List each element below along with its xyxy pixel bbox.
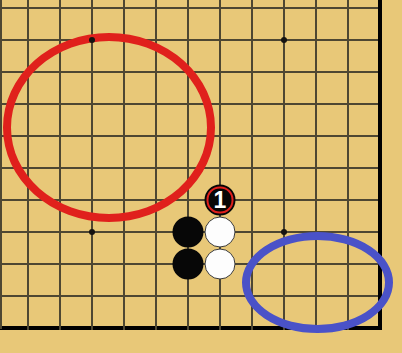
intersection[interactable] [300, 24, 332, 56]
grid-line-v [283, 0, 284, 24]
grid-line-v [347, 184, 348, 216]
intersection[interactable] [300, 120, 332, 152]
grid-line-h [0, 199, 12, 200]
intersection[interactable] [204, 56, 236, 88]
intersection[interactable] [364, 120, 396, 152]
grid-line-v [27, 24, 28, 56]
intersection[interactable] [172, 312, 204, 344]
intersection[interactable] [300, 184, 332, 216]
grid-line-v [219, 120, 220, 152]
goban: 1 [0, 0, 402, 353]
blue-circle-annotation [242, 232, 393, 333]
grid-line-v [251, 56, 252, 88]
intersection[interactable] [44, 280, 76, 312]
intersection[interactable] [108, 0, 140, 24]
intersection[interactable] [364, 24, 396, 56]
intersection[interactable] [44, 0, 76, 24]
intersection[interactable] [268, 184, 300, 216]
grid-line-v [251, 152, 252, 184]
intersection[interactable] [332, 152, 364, 184]
intersection[interactable] [76, 248, 108, 280]
grid-line-v [378, 312, 381, 330]
grid-line-v [378, 24, 381, 56]
intersection[interactable] [332, 56, 364, 88]
grid-line-v [187, 312, 188, 330]
grid-line-v [347, 88, 348, 120]
grid-line-v [91, 312, 92, 330]
grid-line-v [219, 88, 220, 120]
white-stone[interactable] [205, 217, 236, 248]
intersection[interactable] [268, 0, 300, 24]
grid-line-v [155, 312, 156, 330]
intersection[interactable] [44, 248, 76, 280]
grid-line-h [0, 39, 12, 40]
intersection[interactable] [364, 216, 396, 248]
grid-line-v [123, 280, 124, 312]
intersection[interactable] [12, 280, 44, 312]
grid-line-v [378, 152, 381, 184]
grid-line-v [91, 0, 92, 24]
grid-line-v [283, 120, 284, 152]
intersection[interactable] [364, 88, 396, 120]
intersection[interactable] [76, 312, 108, 344]
grid-line-v [378, 56, 381, 88]
black-stone[interactable] [173, 217, 204, 248]
grid-line-v [315, 24, 316, 56]
grid-line-v [219, 24, 220, 56]
red-circle-annotation [3, 33, 215, 222]
grid-line-v [59, 248, 60, 280]
grid-line-v [378, 0, 381, 24]
grid-line-v [315, 120, 316, 152]
intersection[interactable] [268, 88, 300, 120]
intersection[interactable] [0, 280, 12, 312]
intersection[interactable] [140, 216, 172, 248]
grid-line-v [378, 120, 381, 152]
intersection[interactable] [204, 312, 236, 344]
grid-line-v [59, 216, 60, 248]
intersection[interactable] [108, 248, 140, 280]
grid-line-v [155, 280, 156, 312]
intersection[interactable] [204, 0, 236, 24]
intersection[interactable] [0, 312, 12, 344]
intersection[interactable] [12, 0, 44, 24]
intersection[interactable] [236, 152, 268, 184]
intersection[interactable] [172, 280, 204, 312]
grid-line-v [347, 152, 348, 184]
white-stone[interactable] [205, 249, 236, 280]
intersection[interactable] [140, 0, 172, 24]
grid-line-h [0, 326, 12, 329]
grid-line-h [0, 295, 12, 296]
intersection[interactable] [0, 56, 12, 88]
grid-line-v [347, 120, 348, 152]
grid-line-v [59, 280, 60, 312]
grid-line-v [27, 280, 28, 312]
intersection[interactable] [0, 184, 12, 216]
grid-line-h [0, 71, 12, 72]
intersection[interactable] [140, 312, 172, 344]
intersection[interactable] [172, 24, 204, 56]
intersection[interactable] [12, 216, 44, 248]
intersection[interactable] [108, 312, 140, 344]
intersection[interactable] [300, 88, 332, 120]
intersection[interactable] [332, 120, 364, 152]
grid-line-v [219, 0, 220, 24]
grid-line-v [251, 88, 252, 120]
intersection[interactable] [12, 24, 44, 56]
grid-line-v [315, 0, 316, 24]
grid-line-v [123, 312, 124, 330]
grid-line-v [315, 88, 316, 120]
grid-line-v [347, 0, 348, 24]
grid-line-v [251, 0, 252, 24]
grid-line-v [283, 88, 284, 120]
black-stone[interactable] [173, 249, 204, 280]
grid-line-v [219, 56, 220, 88]
grid-line-v [251, 120, 252, 152]
grid-line-v [27, 0, 28, 24]
intersection[interactable] [76, 0, 108, 24]
intersection[interactable] [236, 216, 268, 248]
intersection[interactable] [44, 312, 76, 344]
intersection[interactable] [236, 184, 268, 216]
intersection[interactable] [172, 248, 204, 280]
intersection[interactable] [332, 0, 364, 24]
intersection[interactable] [300, 152, 332, 184]
intersection[interactable] [332, 88, 364, 120]
grid-line-v [27, 216, 28, 248]
grid-line-v [283, 56, 284, 88]
intersection[interactable] [172, 216, 204, 248]
grid-line-v [59, 0, 60, 24]
intersection[interactable] [140, 248, 172, 280]
move-number-label: 1 [205, 185, 236, 216]
intersection[interactable] [236, 56, 268, 88]
intersection[interactable] [172, 0, 204, 24]
star-point [89, 37, 95, 43]
intersection[interactable] [300, 0, 332, 24]
grid-line-v [347, 56, 348, 88]
star-point [89, 229, 95, 235]
grid-line-v [219, 312, 220, 330]
intersection[interactable] [268, 120, 300, 152]
grid-line-v [251, 24, 252, 56]
intersection[interactable] [12, 248, 44, 280]
grid-line-v [219, 280, 220, 312]
board-left-clipped-line [0, 0, 2, 329]
intersection[interactable] [364, 0, 396, 24]
grid-line-v [347, 24, 348, 56]
grid-line-v [378, 216, 381, 248]
grid-line-v [91, 280, 92, 312]
black-stone[interactable]: 1 [205, 185, 236, 216]
intersection[interactable] [268, 24, 300, 56]
grid-line-v [27, 248, 28, 280]
grid-line-h [0, 231, 12, 232]
intersection[interactable] [204, 248, 236, 280]
grid-line-v [283, 152, 284, 184]
intersection[interactable] [268, 56, 300, 88]
grid-line-v [378, 184, 381, 216]
grid-line-v [251, 216, 252, 248]
grid-line-h [0, 167, 12, 168]
grid-line-v [187, 24, 188, 56]
grid-line-v [155, 0, 156, 24]
intersection[interactable] [364, 184, 396, 216]
grid-line-v [123, 0, 124, 24]
intersection[interactable] [332, 184, 364, 216]
intersection[interactable] [0, 248, 12, 280]
grid-line-v [251, 184, 252, 216]
grid-line-v [91, 248, 92, 280]
intersection[interactable] [236, 24, 268, 56]
grid-line-v [219, 152, 220, 184]
intersection[interactable] [140, 280, 172, 312]
star-point [281, 37, 287, 43]
intersection[interactable] [268, 152, 300, 184]
intersection[interactable] [108, 280, 140, 312]
grid-line-v [155, 248, 156, 280]
grid-line-v [315, 184, 316, 216]
grid-line-v [315, 56, 316, 88]
intersection[interactable] [204, 216, 236, 248]
intersection[interactable] [0, 24, 12, 56]
intersection[interactable] [204, 280, 236, 312]
intersection[interactable] [0, 216, 12, 248]
intersection[interactable] [300, 56, 332, 88]
intersection[interactable] [364, 56, 396, 88]
intersection[interactable] [44, 216, 76, 248]
star-point [281, 229, 287, 235]
grid-line-v [27, 312, 28, 330]
grid-line-v [123, 248, 124, 280]
grid-line-v [155, 216, 156, 248]
grid-line-v [59, 312, 60, 330]
grid-line-h [0, 7, 12, 8]
grid-line-v [315, 152, 316, 184]
intersection[interactable] [332, 24, 364, 56]
grid-line-v [251, 312, 252, 330]
intersection[interactable] [236, 88, 268, 120]
intersection[interactable] [236, 120, 268, 152]
intersection[interactable] [364, 152, 396, 184]
intersection[interactable] [76, 280, 108, 312]
intersection[interactable] [12, 312, 44, 344]
intersection[interactable] [0, 0, 12, 24]
intersection[interactable] [236, 0, 268, 24]
grid-line-v [378, 88, 381, 120]
grid-line-v [283, 184, 284, 216]
intersection[interactable] [204, 24, 236, 56]
grid-line-v [187, 0, 188, 24]
intersection[interactable]: 1 [204, 184, 236, 216]
grid-line-h [0, 263, 12, 264]
grid-line-v [187, 280, 188, 312]
